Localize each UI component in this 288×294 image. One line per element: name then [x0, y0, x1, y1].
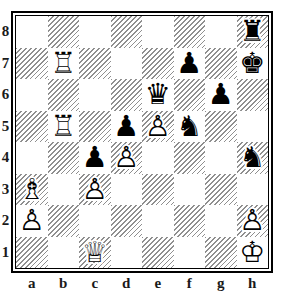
- rank-label-1: 1: [0, 237, 11, 269]
- square-b1[interactable]: [48, 237, 80, 269]
- rank-label-5: 5: [0, 111, 11, 143]
- file-label-b: b: [48, 273, 80, 294]
- chess-diagram: 87654321 ♜♜♜♖♟♟♚♚♛♛♟♟♜♖♟♟♟♙♞♞♟♟♟♙♞♞♝♗♟♙♟…: [0, 0, 288, 294]
- white-pawn-icon: ♙: [16, 205, 48, 237]
- square-e6[interactable]: ♛♛: [142, 79, 174, 111]
- square-e8[interactable]: [142, 16, 174, 48]
- square-d1[interactable]: [111, 237, 143, 269]
- square-b2[interactable]: [48, 205, 80, 237]
- file-label-h: h: [237, 273, 269, 294]
- piece-white-pawn-d4[interactable]: ♟♙: [111, 142, 143, 174]
- white-rook-icon: ♖: [48, 111, 80, 143]
- rank-label-7: 7: [0, 48, 11, 80]
- square-a6[interactable]: [16, 79, 48, 111]
- square-e4[interactable]: [142, 142, 174, 174]
- square-c6[interactable]: [79, 79, 111, 111]
- square-h5[interactable]: [237, 111, 269, 143]
- piece-black-king-h7[interactable]: ♚♚: [237, 48, 269, 80]
- square-e7[interactable]: [142, 48, 174, 80]
- square-b7[interactable]: ♜♖: [48, 48, 80, 80]
- rank-label-6: 6: [0, 79, 11, 111]
- square-f7[interactable]: ♟♟: [174, 48, 206, 80]
- square-b4[interactable]: [48, 142, 80, 174]
- square-a4[interactable]: [16, 142, 48, 174]
- square-c7[interactable]: [79, 48, 111, 80]
- square-d5[interactable]: ♟♟: [111, 111, 143, 143]
- square-g2[interactable]: [205, 205, 237, 237]
- file-label-d: d: [111, 273, 143, 294]
- rank-label-2: 2: [0, 205, 11, 237]
- file-label-f: f: [174, 273, 206, 294]
- piece-white-queen-c1[interactable]: ♛♕: [79, 237, 111, 269]
- white-pawn-icon: ♙: [79, 174, 111, 206]
- white-pawn-icon: ♙: [237, 205, 269, 237]
- piece-white-pawn-h2[interactable]: ♟♙: [237, 205, 269, 237]
- black-king-icon: ♚: [237, 48, 269, 80]
- black-knight-icon: ♞: [174, 111, 206, 143]
- square-h6[interactable]: [237, 79, 269, 111]
- piece-white-pawn-e5[interactable]: ♟♙: [142, 111, 174, 143]
- piece-black-pawn-g6[interactable]: ♟♟: [205, 79, 237, 111]
- piece-white-bishop-a3[interactable]: ♝♗: [16, 174, 48, 206]
- piece-white-rook-b5[interactable]: ♜♖: [48, 111, 80, 143]
- piece-white-rook-b7[interactable]: ♜♖: [48, 48, 80, 80]
- square-a7[interactable]: [16, 48, 48, 80]
- square-h1[interactable]: ♚♔: [237, 237, 269, 269]
- square-a3[interactable]: ♝♗: [16, 174, 48, 206]
- chess-board: ♜♜♜♖♟♟♚♚♛♛♟♟♜♖♟♟♟♙♞♞♟♟♟♙♞♞♝♗♟♙♟♙♟♙♛♕♚♔: [15, 15, 269, 269]
- square-c5[interactable]: [79, 111, 111, 143]
- rank-label-8: 8: [0, 16, 11, 48]
- piece-black-pawn-f7[interactable]: ♟♟: [174, 48, 206, 80]
- white-king-icon: ♔: [237, 237, 269, 269]
- rank-labels: 87654321: [0, 11, 11, 273]
- square-h7[interactable]: ♚♚: [237, 48, 269, 80]
- black-rook-icon: ♜: [237, 16, 269, 48]
- square-g1[interactable]: [205, 237, 237, 269]
- square-c4[interactable]: ♟♟: [79, 142, 111, 174]
- square-g8[interactable]: [205, 16, 237, 48]
- piece-black-knight-h4[interactable]: ♞♞: [237, 142, 269, 174]
- black-pawn-icon: ♟: [111, 111, 143, 143]
- square-d7[interactable]: [111, 48, 143, 80]
- black-pawn-icon: ♟: [205, 79, 237, 111]
- square-a8[interactable]: [16, 16, 48, 48]
- square-a5[interactable]: [16, 111, 48, 143]
- square-a2[interactable]: ♟♙: [16, 205, 48, 237]
- square-f2[interactable]: [174, 205, 206, 237]
- square-d4[interactable]: ♟♙: [111, 142, 143, 174]
- white-bishop-icon: ♗: [16, 174, 48, 206]
- square-g7[interactable]: [205, 48, 237, 80]
- file-label-e: e: [142, 273, 174, 294]
- file-label-g: g: [205, 273, 237, 294]
- rank-label-4: 4: [0, 142, 11, 174]
- square-g4[interactable]: [205, 142, 237, 174]
- piece-black-pawn-d5[interactable]: ♟♟: [111, 111, 143, 143]
- square-b3[interactable]: [48, 174, 80, 206]
- square-c8[interactable]: [79, 16, 111, 48]
- square-d8[interactable]: [111, 16, 143, 48]
- white-queen-icon: ♕: [79, 237, 111, 269]
- piece-white-king-h1[interactable]: ♚♔: [237, 237, 269, 269]
- piece-white-pawn-c3[interactable]: ♟♙: [79, 174, 111, 206]
- square-c2[interactable]: [79, 205, 111, 237]
- white-rook-icon: ♖: [48, 48, 80, 80]
- square-g3[interactable]: [205, 174, 237, 206]
- square-h4[interactable]: ♞♞: [237, 142, 269, 174]
- file-label-c: c: [79, 273, 111, 294]
- square-h3[interactable]: [237, 174, 269, 206]
- square-f3[interactable]: [174, 174, 206, 206]
- rank-label-3: 3: [0, 174, 11, 206]
- file-labels: abcdefgh: [11, 273, 273, 294]
- square-f4[interactable]: [174, 142, 206, 174]
- square-h2[interactable]: ♟♙: [237, 205, 269, 237]
- black-pawn-icon: ♟: [174, 48, 206, 80]
- square-h8[interactable]: ♜♜: [237, 16, 269, 48]
- square-e3[interactable]: [142, 174, 174, 206]
- square-d6[interactable]: [111, 79, 143, 111]
- piece-black-queen-e6[interactable]: ♛♛: [142, 79, 174, 111]
- piece-black-pawn-c4[interactable]: ♟♟: [79, 142, 111, 174]
- white-pawn-icon: ♙: [111, 142, 143, 174]
- file-label-a: a: [16, 273, 48, 294]
- square-f5[interactable]: ♞♞: [174, 111, 206, 143]
- black-queen-icon: ♛: [142, 79, 174, 111]
- square-c1[interactable]: ♛♕: [79, 237, 111, 269]
- piece-white-pawn-a2[interactable]: ♟♙: [16, 205, 48, 237]
- square-f1[interactable]: [174, 237, 206, 269]
- square-c3[interactable]: ♟♙: [79, 174, 111, 206]
- black-pawn-icon: ♟: [79, 142, 111, 174]
- square-d2[interactable]: [111, 205, 143, 237]
- square-g5[interactable]: [205, 111, 237, 143]
- square-b8[interactable]: [48, 16, 80, 48]
- square-f6[interactable]: [174, 79, 206, 111]
- square-e2[interactable]: [142, 205, 174, 237]
- square-d3[interactable]: [111, 174, 143, 206]
- piece-black-rook-h8[interactable]: ♜♜: [237, 16, 269, 48]
- square-f8[interactable]: [174, 16, 206, 48]
- square-e1[interactable]: [142, 237, 174, 269]
- square-e5[interactable]: ♟♙: [142, 111, 174, 143]
- square-b6[interactable]: [48, 79, 80, 111]
- white-pawn-icon: ♙: [142, 111, 174, 143]
- square-b5[interactable]: ♜♖: [48, 111, 80, 143]
- board-frame: ♜♜♜♖♟♟♚♚♛♛♟♟♜♖♟♟♟♙♞♞♟♟♟♙♞♞♝♗♟♙♟♙♟♙♛♕♚♔: [11, 11, 273, 273]
- black-knight-icon: ♞: [237, 142, 269, 174]
- square-g6[interactable]: ♟♟: [205, 79, 237, 111]
- piece-black-knight-f5[interactable]: ♞♞: [174, 111, 206, 143]
- square-a1[interactable]: [16, 237, 48, 269]
